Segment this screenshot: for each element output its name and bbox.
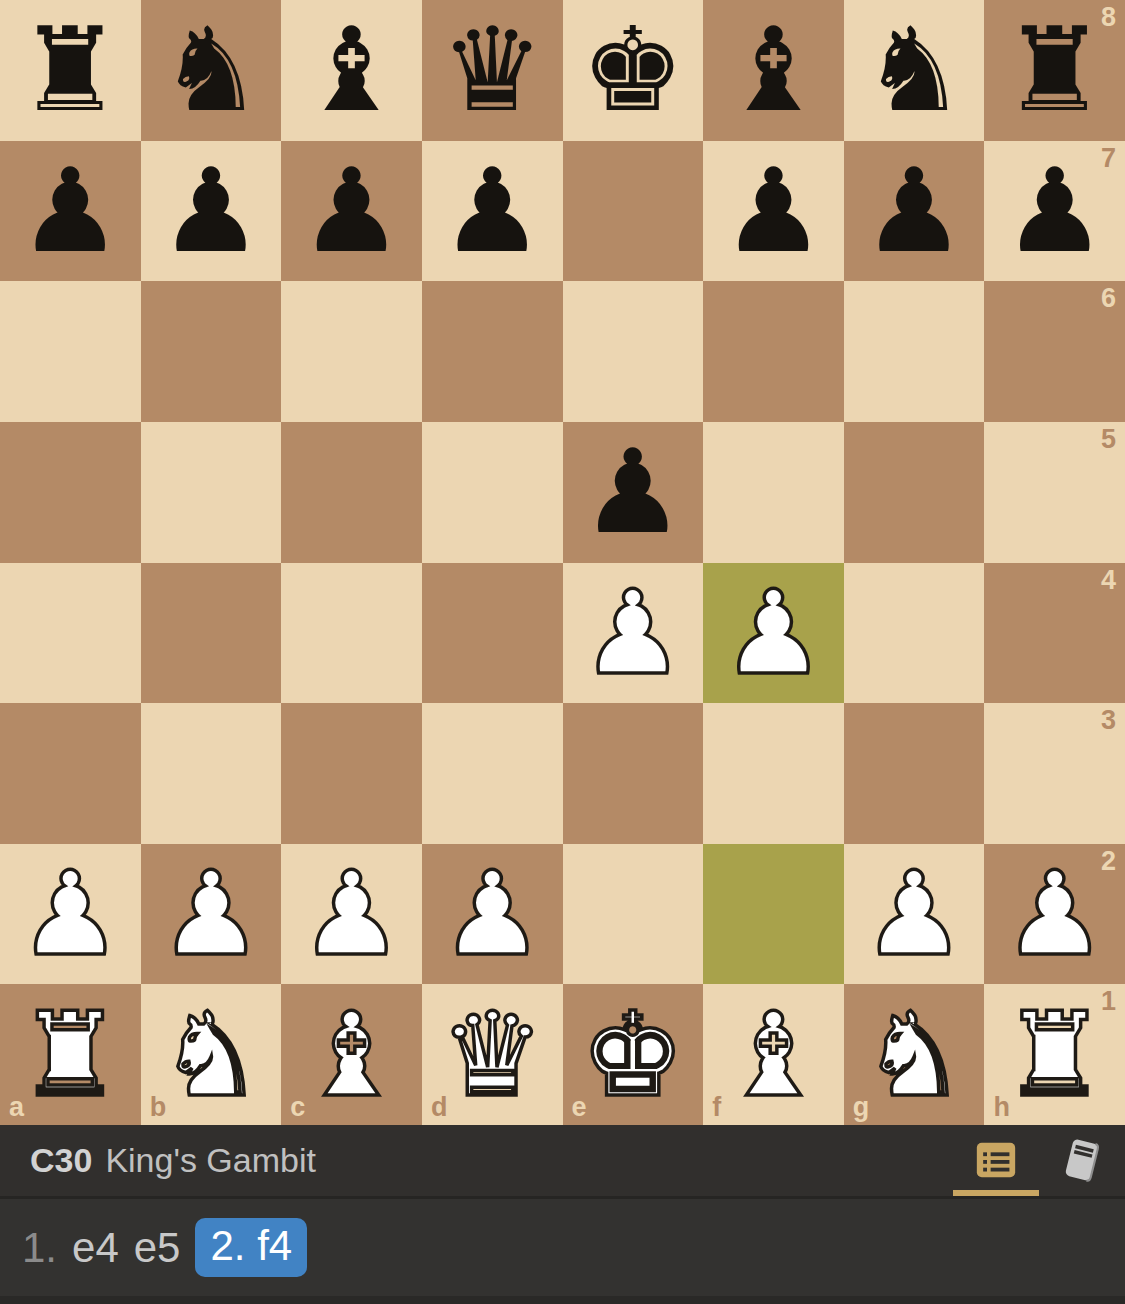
square-a5[interactable] <box>0 422 141 563</box>
chess-analysis-panel: ♜♞♝♛♚♝♞♜8♟♟♟♟♟♟♟76♟5♟♟43♟♟♟♟♟♟2♜a♞b♝c♛d♚… <box>0 0 1125 1304</box>
square-c7[interactable]: ♟ <box>281 141 422 282</box>
square-f3[interactable] <box>703 703 844 844</box>
square-b7[interactable]: ♟ <box>141 141 282 282</box>
black-bishop-c8[interactable]: ♝ <box>281 0 422 141</box>
white-pawn-c2[interactable]: ♟ <box>281 844 422 985</box>
coord-rank-8: 8 <box>1101 4 1116 31</box>
square-d1[interactable]: ♛d <box>422 984 563 1125</box>
square-h4[interactable]: 4 <box>984 563 1125 704</box>
square-c3[interactable] <box>281 703 422 844</box>
black-pawn-b7[interactable]: ♟ <box>141 141 282 282</box>
square-f7[interactable]: ♟ <box>703 141 844 282</box>
white-pawn-g2[interactable]: ♟ <box>844 844 985 985</box>
square-d7[interactable]: ♟ <box>422 141 563 282</box>
black-knight-g8[interactable]: ♞ <box>844 0 985 141</box>
black-pawn-a7[interactable]: ♟ <box>0 141 141 282</box>
square-b2[interactable]: ♟ <box>141 844 282 985</box>
square-b8[interactable]: ♞ <box>141 0 282 141</box>
white-pawn-f4[interactable]: ♟ <box>703 563 844 704</box>
coord-rank-3: 3 <box>1101 707 1116 734</box>
book-icon <box>1059 1137 1105 1183</box>
black-pawn-e5[interactable]: ♟ <box>563 422 704 563</box>
square-f1[interactable]: ♝f <box>703 984 844 1125</box>
coord-file-e: e <box>572 1094 587 1121</box>
black-rook-a8[interactable]: ♜ <box>0 0 141 141</box>
square-d8[interactable]: ♛ <box>422 0 563 141</box>
square-b1[interactable]: ♞b <box>141 984 282 1125</box>
black-pawn-f7[interactable]: ♟ <box>703 141 844 282</box>
coord-file-g: g <box>853 1094 870 1121</box>
square-c1[interactable]: ♝c <box>281 984 422 1125</box>
black-queen-d8[interactable]: ♛ <box>422 0 563 141</box>
opening-eco-code: C30 <box>30 1141 92 1180</box>
square-b3[interactable] <box>141 703 282 844</box>
square-c2[interactable]: ♟ <box>281 844 422 985</box>
panel-tabs <box>953 1125 1125 1196</box>
square-h7[interactable]: ♟7 <box>984 141 1125 282</box>
coord-rank-5: 5 <box>1101 426 1116 453</box>
square-f2[interactable] <box>703 844 844 985</box>
square-c5[interactable] <box>281 422 422 563</box>
white-pawn-e4[interactable]: ♟ <box>563 563 704 704</box>
black-bishop-f8[interactable]: ♝ <box>703 0 844 141</box>
square-g4[interactable] <box>844 563 985 704</box>
square-a1[interactable]: ♜a <box>0 984 141 1125</box>
move-e5[interactable]: e5 <box>134 1224 181 1272</box>
black-pawn-g7[interactable]: ♟ <box>844 141 985 282</box>
square-g7[interactable]: ♟ <box>844 141 985 282</box>
square-c6[interactable] <box>281 281 422 422</box>
coord-file-b: b <box>150 1094 167 1121</box>
coord-rank-2: 2 <box>1101 848 1116 875</box>
move-list-icon <box>973 1137 1019 1183</box>
opening-bar: C30 King's Gambit <box>0 1125 1125 1196</box>
square-f4[interactable]: ♟ <box>703 563 844 704</box>
square-d5[interactable] <box>422 422 563 563</box>
square-a3[interactable] <box>0 703 141 844</box>
coord-file-h: h <box>993 1094 1010 1121</box>
square-e1[interactable]: ♚e <box>563 984 704 1125</box>
square-h6[interactable]: 6 <box>984 281 1125 422</box>
white-pawn-a2[interactable]: ♟ <box>0 844 141 985</box>
square-h8[interactable]: ♜8 <box>984 0 1125 141</box>
square-e4[interactable]: ♟ <box>563 563 704 704</box>
white-pawn-d2[interactable]: ♟ <box>422 844 563 985</box>
square-d4[interactable] <box>422 563 563 704</box>
coord-file-d: d <box>431 1094 448 1121</box>
square-e7[interactable] <box>563 141 704 282</box>
square-a4[interactable] <box>0 563 141 704</box>
coord-rank-7: 7 <box>1101 145 1116 172</box>
coord-file-a: a <box>9 1094 24 1121</box>
square-g5[interactable] <box>844 422 985 563</box>
square-e6[interactable] <box>563 281 704 422</box>
black-king-e8[interactable]: ♚ <box>563 0 704 141</box>
move-e4[interactable]: e4 <box>72 1224 119 1272</box>
square-b4[interactable] <box>141 563 282 704</box>
square-g3[interactable] <box>844 703 985 844</box>
chess-board: ♜♞♝♛♚♝♞♜8♟♟♟♟♟♟♟76♟5♟♟43♟♟♟♟♟♟2♜a♞b♝c♛d♚… <box>0 0 1125 1125</box>
move-list: 1.e4e52. f4 <box>0 1196 1125 1296</box>
white-pawn-b2[interactable]: ♟ <box>141 844 282 985</box>
square-h3[interactable]: 3 <box>984 703 1125 844</box>
square-d6[interactable] <box>422 281 563 422</box>
move-2-f4[interactable]: 2. f4 <box>195 1218 307 1277</box>
square-c4[interactable] <box>281 563 422 704</box>
square-g2[interactable]: ♟ <box>844 844 985 985</box>
square-d3[interactable] <box>422 703 563 844</box>
square-b6[interactable] <box>141 281 282 422</box>
square-a8[interactable]: ♜ <box>0 0 141 141</box>
coord-file-f: f <box>712 1094 721 1121</box>
square-e5[interactable]: ♟ <box>563 422 704 563</box>
coord-file-c: c <box>290 1094 305 1121</box>
square-f8[interactable]: ♝ <box>703 0 844 141</box>
black-pawn-c7[interactable]: ♟ <box>281 141 422 282</box>
square-h1[interactable]: ♜1h <box>984 984 1125 1125</box>
square-g1[interactable]: ♞g <box>844 984 985 1125</box>
tab-move-list[interactable] <box>953 1125 1039 1196</box>
tab-opening-book[interactable] <box>1039 1125 1125 1196</box>
square-g8[interactable]: ♞ <box>844 0 985 141</box>
square-a7[interactable]: ♟ <box>0 141 141 282</box>
square-g6[interactable] <box>844 281 985 422</box>
square-e8[interactable]: ♚ <box>563 0 704 141</box>
square-f6[interactable] <box>703 281 844 422</box>
square-h5[interactable]: 5 <box>984 422 1125 563</box>
coord-rank-1: 1 <box>1101 988 1116 1015</box>
move-number-1: 1. <box>22 1224 57 1272</box>
square-a6[interactable] <box>0 281 141 422</box>
square-a2[interactable]: ♟ <box>0 844 141 985</box>
black-knight-b8[interactable]: ♞ <box>141 0 282 141</box>
square-b5[interactable] <box>141 422 282 563</box>
square-d2[interactable]: ♟ <box>422 844 563 985</box>
coord-rank-6: 6 <box>1101 285 1116 312</box>
square-c8[interactable]: ♝ <box>281 0 422 141</box>
square-e3[interactable] <box>563 703 704 844</box>
coord-rank-4: 4 <box>1101 567 1116 594</box>
square-f5[interactable] <box>703 422 844 563</box>
bottom-strip <box>0 1296 1125 1304</box>
black-pawn-d7[interactable]: ♟ <box>422 141 563 282</box>
opening-name: King's Gambit <box>105 1141 316 1180</box>
square-e2[interactable] <box>563 844 704 985</box>
square-h2[interactable]: ♟2 <box>984 844 1125 985</box>
white-bishop-f1[interactable]: ♝ <box>703 984 844 1125</box>
